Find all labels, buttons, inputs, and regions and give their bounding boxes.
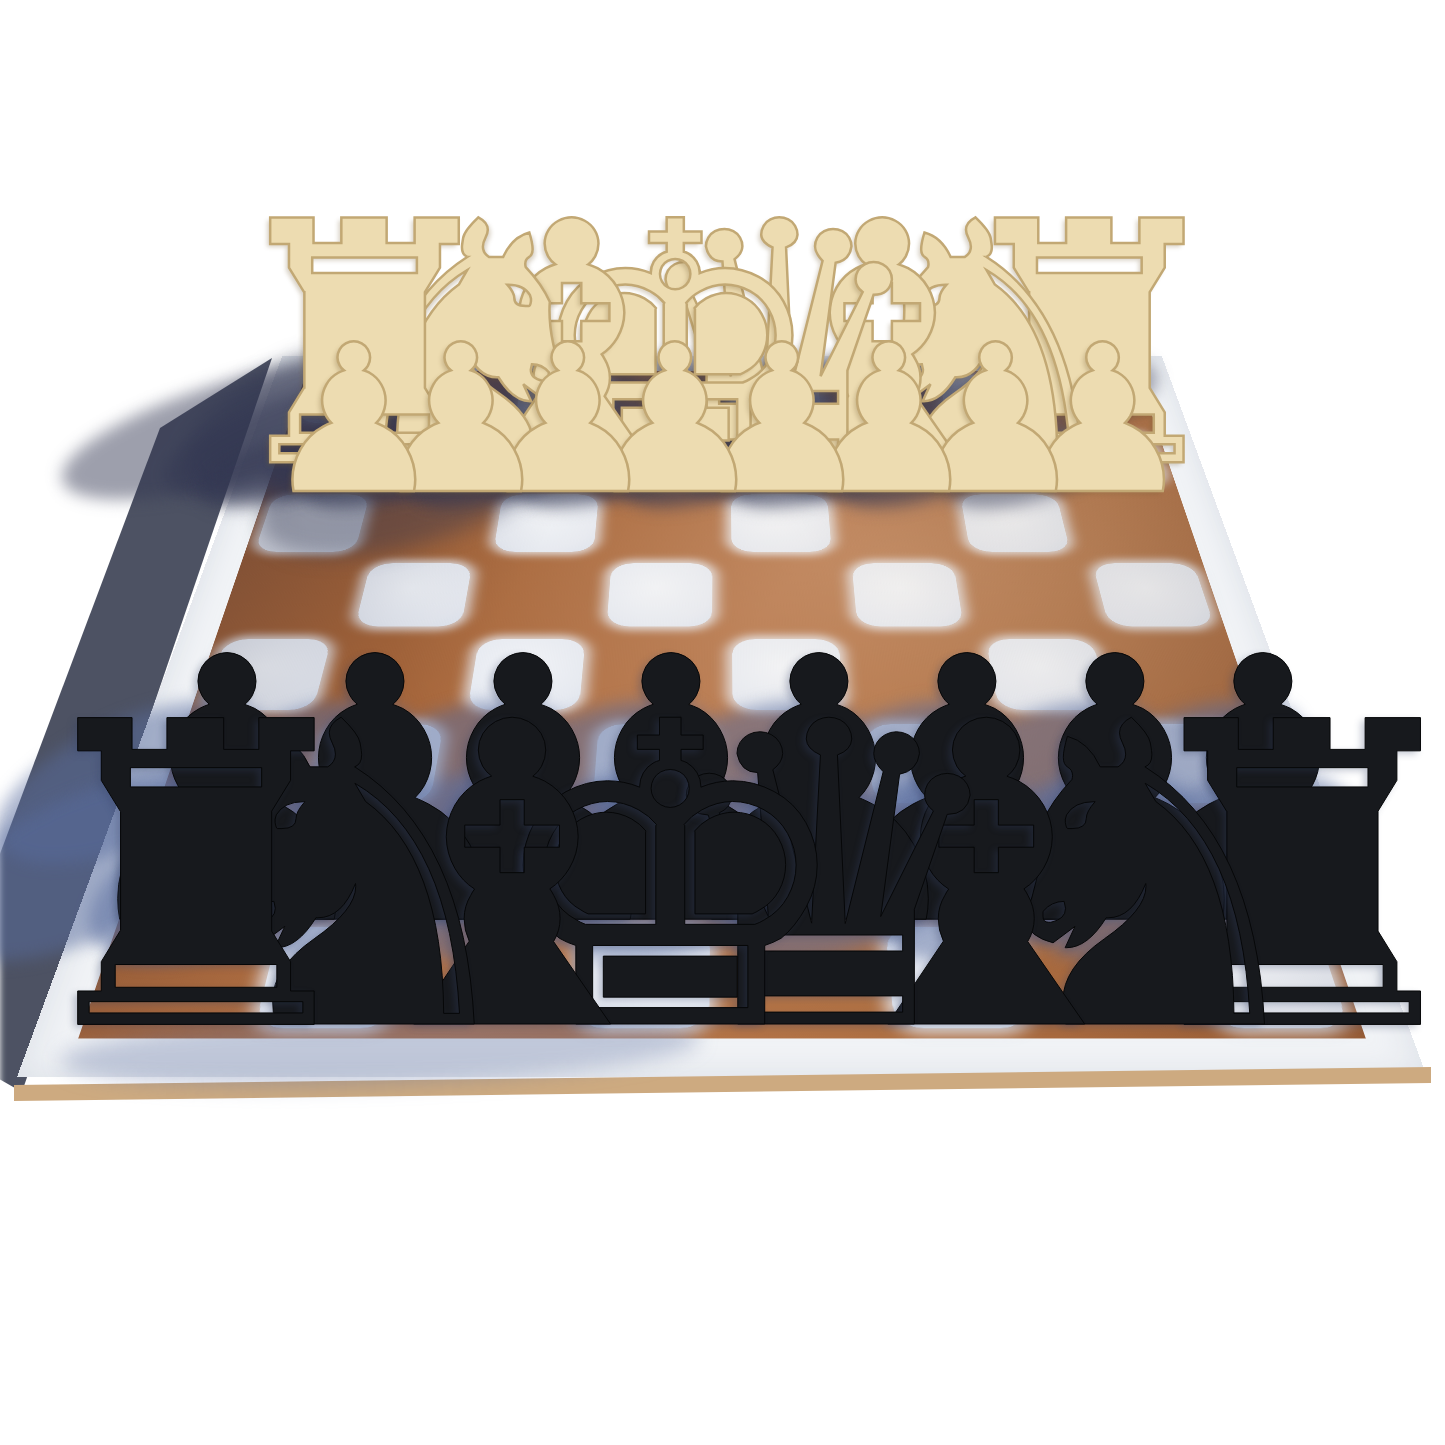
white-pawn-h2[interactable]: ♟ [262,318,446,523]
chessboard-photo-scene: ♜♞♝♛♚♝♞♜♟♟♟♟♟♟♟♟♟♟♟♟♟♟♟♟♜♞♝♛♚♝♞♜ [0,0,1445,1445]
black-rook-h8[interactable]: ♜ [8,669,385,1089]
piece-layer: ♜♞♝♛♚♝♞♜♟♟♟♟♟♟♟♟♟♟♟♟♟♟♟♟♜♞♝♛♚♝♞♜ [0,0,1445,1445]
